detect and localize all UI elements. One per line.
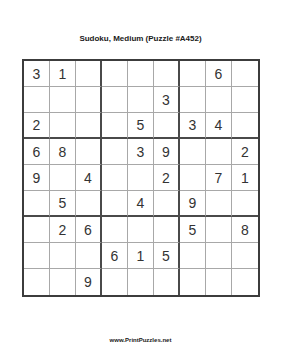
cell-r8c7[interactable] (180, 243, 206, 269)
cell-r2c7[interactable] (180, 87, 206, 113)
cell-r5c1[interactable]: 9 (24, 165, 50, 191)
cell-r7c7[interactable]: 5 (180, 217, 206, 243)
cell-r6c5[interactable]: 4 (128, 191, 154, 217)
cell-r6c2[interactable]: 5 (50, 191, 76, 217)
cell-r9c7[interactable] (180, 269, 206, 295)
cell-r1c9[interactable] (232, 61, 258, 87)
cell-r8c8[interactable] (206, 243, 232, 269)
cell-r1c4[interactable] (102, 61, 128, 87)
cell-r7c9[interactable]: 8 (232, 217, 258, 243)
cell-r5c7[interactable] (180, 165, 206, 191)
cell-r9c4[interactable] (102, 269, 128, 295)
cell-r5c9[interactable]: 1 (232, 165, 258, 191)
cell-r2c9[interactable] (232, 87, 258, 113)
cell-r9c3[interactable]: 9 (76, 269, 102, 295)
cell-r3c1[interactable]: 2 (24, 113, 50, 139)
cell-r4c2[interactable]: 8 (50, 139, 76, 165)
cell-r2c2[interactable] (50, 87, 76, 113)
cell-r8c1[interactable] (24, 243, 50, 269)
cell-r4c9[interactable]: 2 (232, 139, 258, 165)
cell-r8c3[interactable] (76, 243, 102, 269)
cell-r7c2[interactable]: 2 (50, 217, 76, 243)
cell-r9c6[interactable] (154, 269, 180, 295)
cell-r4c3[interactable] (76, 139, 102, 165)
cell-r3c2[interactable] (50, 113, 76, 139)
cell-r5c4[interactable] (102, 165, 128, 191)
cell-r2c3[interactable] (76, 87, 102, 113)
cell-r7c6[interactable] (154, 217, 180, 243)
cell-r4c5[interactable]: 3 (128, 139, 154, 165)
cell-r8c9[interactable] (232, 243, 258, 269)
cell-r6c4[interactable] (102, 191, 128, 217)
cell-r8c2[interactable] (50, 243, 76, 269)
cell-r1c3[interactable] (76, 61, 102, 87)
cell-r8c6[interactable]: 5 (154, 243, 180, 269)
cell-r8c5[interactable]: 1 (128, 243, 154, 269)
cell-r1c7[interactable] (180, 61, 206, 87)
cell-r7c5[interactable] (128, 217, 154, 243)
cell-r8c4[interactable]: 6 (102, 243, 128, 269)
cell-r6c9[interactable] (232, 191, 258, 217)
cell-r3c8[interactable]: 4 (206, 113, 232, 139)
cell-r9c8[interactable] (206, 269, 232, 295)
cell-r6c1[interactable] (24, 191, 50, 217)
cell-r9c2[interactable] (50, 269, 76, 295)
cell-r5c8[interactable]: 7 (206, 165, 232, 191)
cell-r6c7[interactable]: 9 (180, 191, 206, 217)
cell-r5c2[interactable] (50, 165, 76, 191)
cell-r4c4[interactable] (102, 139, 128, 165)
cell-r2c8[interactable] (206, 87, 232, 113)
cell-r7c1[interactable] (24, 217, 50, 243)
cell-r5c3[interactable]: 4 (76, 165, 102, 191)
cell-r3c5[interactable]: 5 (128, 113, 154, 139)
cell-r2c4[interactable] (102, 87, 128, 113)
cell-r2c5[interactable] (128, 87, 154, 113)
sudoku-board: 31632534683929427154926586159 (22, 59, 260, 297)
cell-r7c4[interactable] (102, 217, 128, 243)
cell-r6c6[interactable] (154, 191, 180, 217)
cell-r9c5[interactable] (128, 269, 154, 295)
cell-r9c9[interactable] (232, 269, 258, 295)
cell-r2c6[interactable]: 3 (154, 87, 180, 113)
cell-r3c4[interactable] (102, 113, 128, 139)
cell-r3c6[interactable] (154, 113, 180, 139)
cell-r1c8[interactable]: 6 (206, 61, 232, 87)
footer-url: www.PrintPuzzles.net (0, 337, 281, 343)
page-title: Sudoku, Medium (Puzzle #A452) (0, 34, 281, 43)
cell-r5c5[interactable] (128, 165, 154, 191)
cell-r1c1[interactable]: 3 (24, 61, 50, 87)
cell-r6c3[interactable] (76, 191, 102, 217)
cell-r7c3[interactable]: 6 (76, 217, 102, 243)
cell-r1c5[interactable] (128, 61, 154, 87)
cell-r4c6[interactable]: 9 (154, 139, 180, 165)
cell-r4c1[interactable]: 6 (24, 139, 50, 165)
cell-r4c7[interactable] (180, 139, 206, 165)
cell-r1c2[interactable]: 1 (50, 61, 76, 87)
puzzle-page: Sudoku, Medium (Puzzle #A452) 3163253468… (0, 0, 281, 363)
cell-r7c8[interactable] (206, 217, 232, 243)
cell-r4c8[interactable] (206, 139, 232, 165)
cell-r1c6[interactable] (154, 61, 180, 87)
cell-r5c6[interactable]: 2 (154, 165, 180, 191)
cell-r6c8[interactable] (206, 191, 232, 217)
cell-r3c3[interactable] (76, 113, 102, 139)
cell-r2c1[interactable] (24, 87, 50, 113)
cell-r3c7[interactable]: 3 (180, 113, 206, 139)
cell-r3c9[interactable] (232, 113, 258, 139)
cell-r9c1[interactable] (24, 269, 50, 295)
